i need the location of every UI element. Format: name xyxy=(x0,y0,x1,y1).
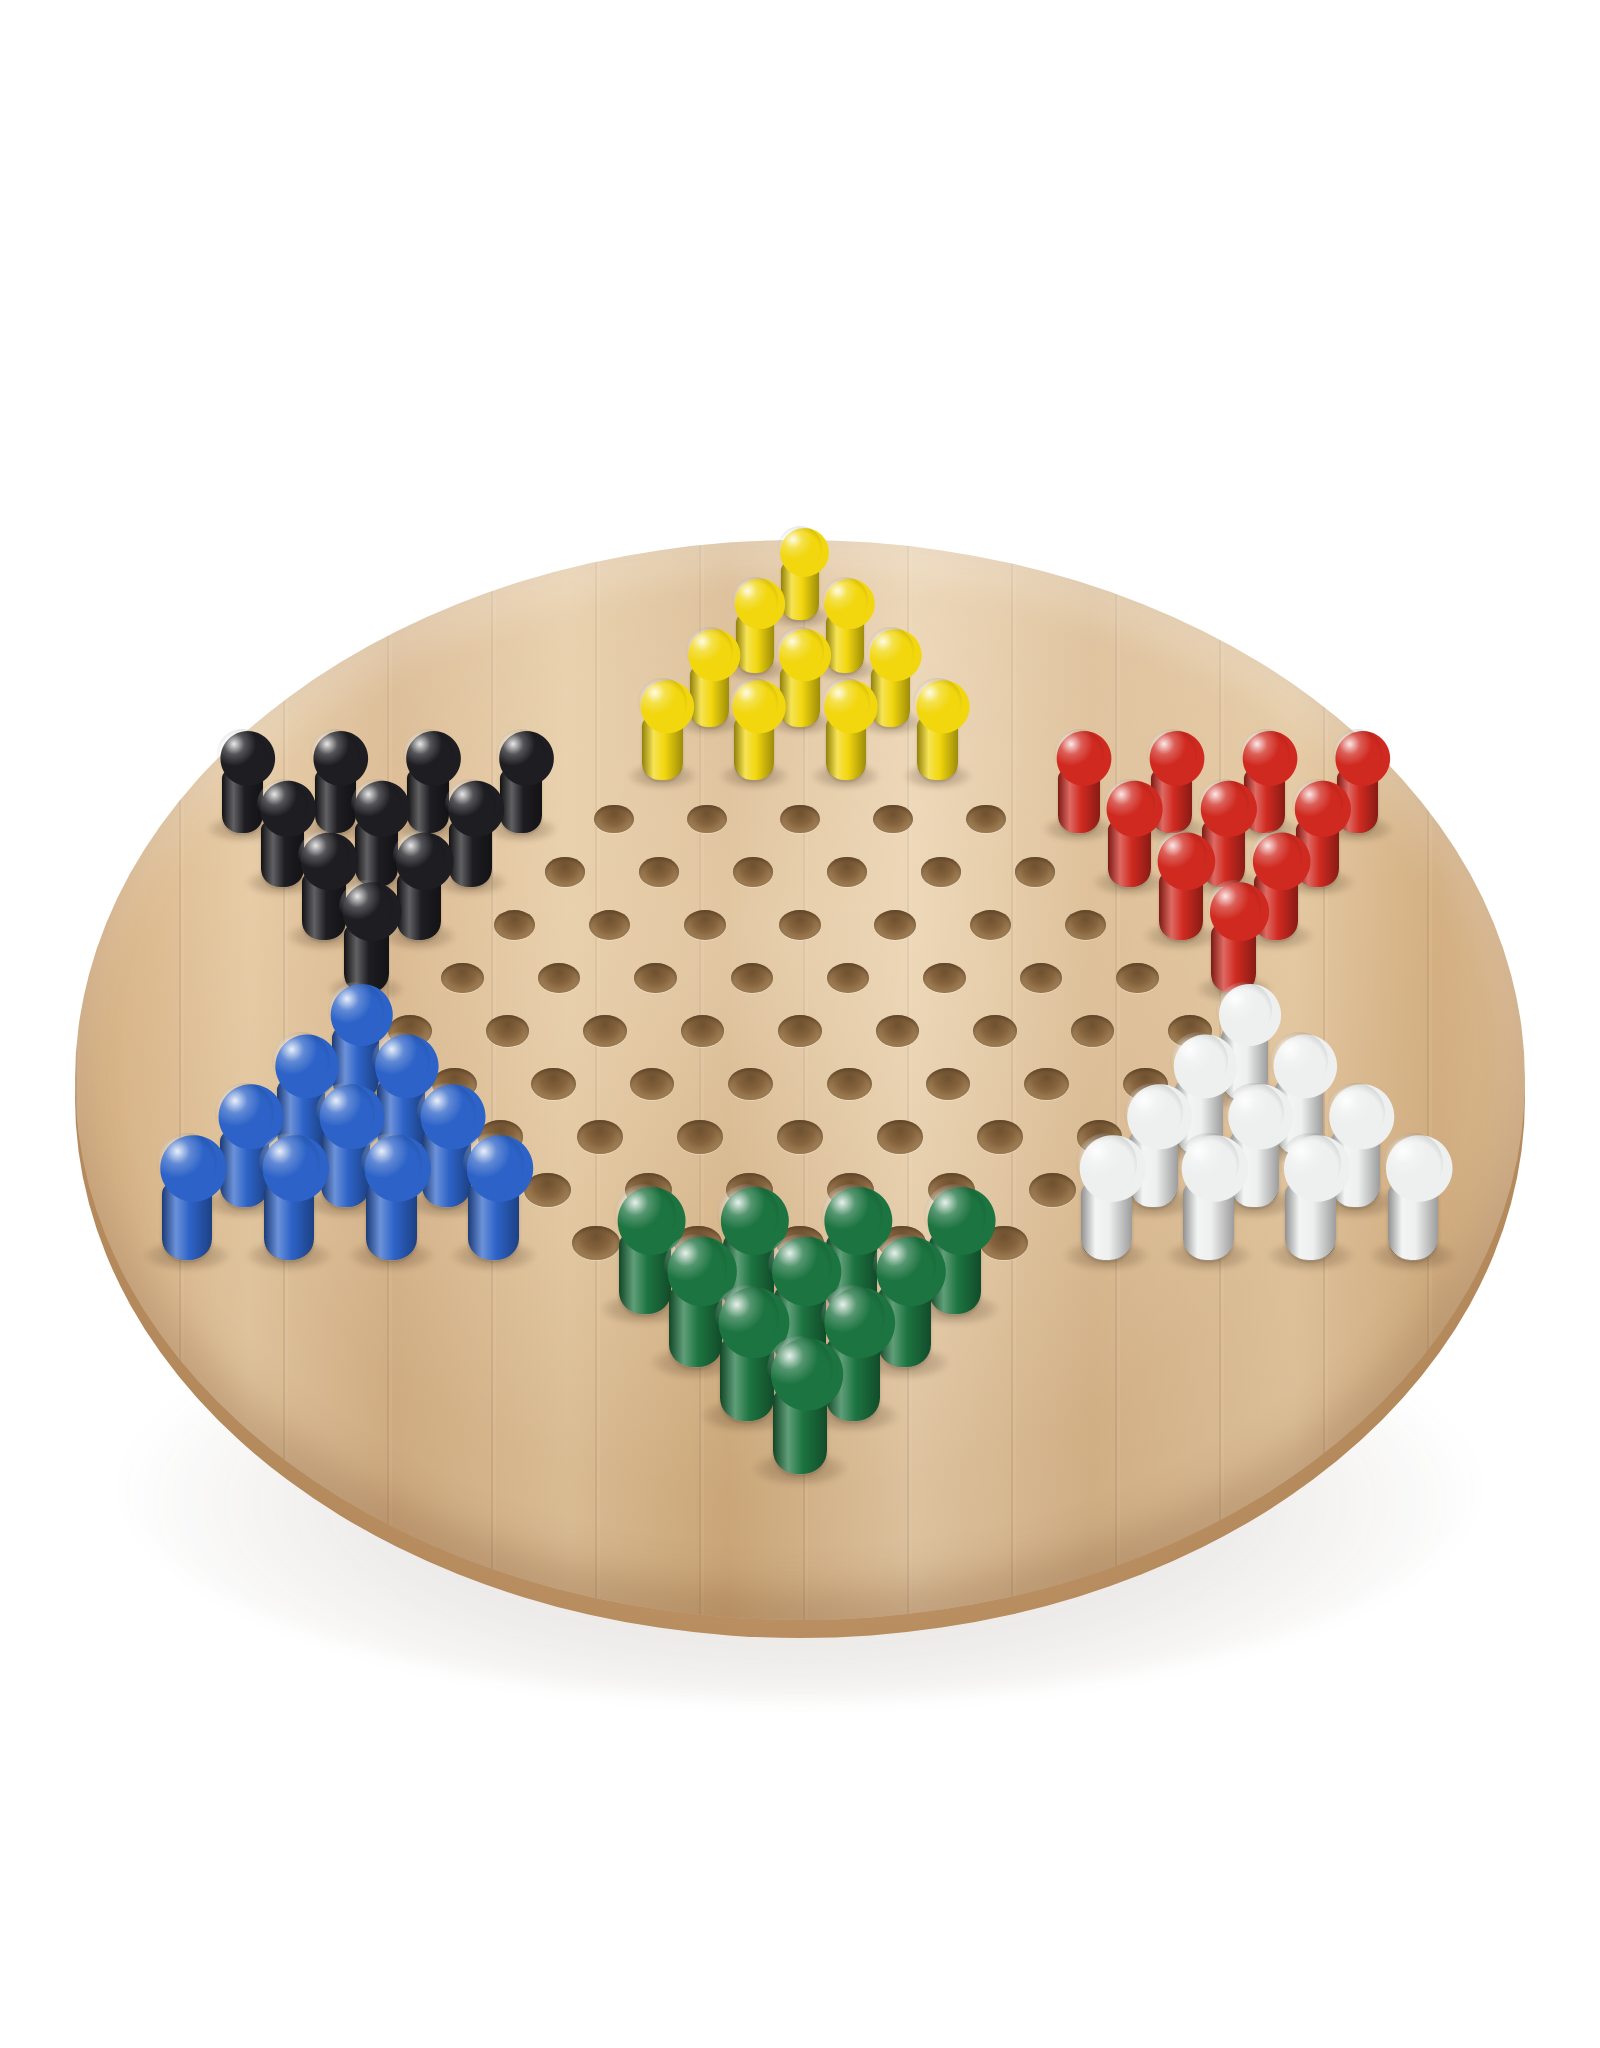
peg-yellow[interactable]: ● xyxy=(637,677,688,780)
peg-blue[interactable]: ● xyxy=(156,1132,219,1260)
peg-white[interactable]: ● xyxy=(1279,1132,1342,1260)
hole-r9-c3[interactable] xyxy=(583,1015,627,1047)
hole-r7-c6[interactable] xyxy=(779,910,821,940)
pieces-layer: ●●●●●●●●●●●●●●●●●●●●●●●●●●●●●●●●●●●●●●●●… xyxy=(0,0,1600,2048)
peg-yellow[interactable]: ● xyxy=(821,677,872,780)
hole-r8-c4[interactable] xyxy=(634,963,677,994)
product-photo: ●●●●●●●●●●●●●●●●●●●●●●●●●●●●●●●●●●●●●●●●… xyxy=(0,0,1600,2048)
hole-r10-c8[interactable] xyxy=(1024,1068,1069,1101)
peg-red[interactable]: ● xyxy=(1103,778,1156,887)
peg-gloss xyxy=(1178,1133,1239,1194)
hole-r5-c5[interactable] xyxy=(594,805,633,834)
hole-r10-c4[interactable] xyxy=(630,1068,675,1101)
hole-r9-c4[interactable] xyxy=(681,1015,725,1047)
hole-r11-c7[interactable] xyxy=(877,1120,923,1153)
peg-white[interactable]: ● xyxy=(1075,1132,1138,1260)
hole-r7-c8[interactable] xyxy=(970,910,1012,940)
hole-r9-c6[interactable] xyxy=(876,1015,920,1047)
hole-r5-c8[interactable] xyxy=(873,805,912,834)
hole-r11-c4[interactable] xyxy=(577,1120,623,1153)
hole-r9-c2[interactable] xyxy=(486,1015,530,1047)
peg-gloss xyxy=(730,678,779,727)
hole-r9-c8[interactable] xyxy=(1071,1015,1115,1047)
hole-r8-c2[interactable] xyxy=(441,963,484,994)
hole-r6-c9[interactable] xyxy=(1015,857,1055,886)
peg-gloss xyxy=(157,1133,218,1194)
hole-r9-c7[interactable] xyxy=(973,1015,1017,1047)
hole-r5-c6[interactable] xyxy=(687,805,726,834)
peg-yellow[interactable]: ● xyxy=(912,677,963,780)
peg-red[interactable]: ● xyxy=(1053,728,1105,834)
hole-r6-c6[interactable] xyxy=(733,857,773,886)
hole-r5-c7[interactable] xyxy=(780,805,819,834)
hole-r10-c3[interactable] xyxy=(531,1068,576,1101)
peg-gloss xyxy=(361,1133,422,1194)
peg-blue[interactable]: ● xyxy=(462,1132,525,1260)
hole-r6-c8[interactable] xyxy=(921,857,961,886)
peg-green[interactable]: ● xyxy=(766,1334,835,1474)
peg-gloss xyxy=(1054,729,1104,779)
hole-r7-c9[interactable] xyxy=(1065,910,1107,940)
hole-r10-c7[interactable] xyxy=(926,1068,971,1101)
hole-r8-c5[interactable] xyxy=(731,963,774,994)
peg-gloss xyxy=(1383,1133,1444,1194)
hole-r8-c6[interactable] xyxy=(827,963,870,994)
peg-red[interactable]: ● xyxy=(1154,829,1209,940)
hole-r8-c7[interactable] xyxy=(923,963,966,994)
hole-r11-c5[interactable] xyxy=(677,1120,723,1153)
peg-blue[interactable]: ● xyxy=(258,1132,321,1260)
peg-gloss xyxy=(1155,830,1208,883)
hole-r10-c5[interactable] xyxy=(728,1068,773,1101)
peg-gloss xyxy=(638,678,687,727)
hole-r11-c8[interactable] xyxy=(977,1120,1023,1153)
peg-gloss xyxy=(1076,1133,1137,1194)
peg-gloss xyxy=(913,678,962,727)
hole-r7-c4[interactable] xyxy=(589,910,631,940)
peg-gloss xyxy=(1207,880,1261,934)
peg-gloss xyxy=(1280,1133,1341,1194)
hole-r7-c5[interactable] xyxy=(684,910,726,940)
peg-blue[interactable]: ● xyxy=(360,1132,423,1260)
hole-r8-c9[interactable] xyxy=(1116,963,1159,994)
peg-yellow[interactable]: ● xyxy=(729,677,780,780)
hole-r5-c9[interactable] xyxy=(966,805,1005,834)
hole-r11-c6[interactable] xyxy=(777,1120,823,1153)
hole-r7-c7[interactable] xyxy=(874,910,916,940)
peg-gloss xyxy=(259,1133,320,1194)
hole-r10-c6[interactable] xyxy=(827,1068,872,1101)
peg-gloss xyxy=(822,678,871,727)
peg-white[interactable]: ● xyxy=(1381,1132,1444,1260)
hole-r8-c3[interactable] xyxy=(538,963,581,994)
hole-r6-c5[interactable] xyxy=(639,857,679,886)
peg-gloss xyxy=(1104,779,1155,830)
hole-r6-c4[interactable] xyxy=(545,857,585,886)
peg-white[interactable]: ● xyxy=(1177,1132,1240,1260)
hole-r8-c8[interactable] xyxy=(1020,963,1063,994)
peg-gloss xyxy=(767,1336,833,1402)
hole-r6-c7[interactable] xyxy=(827,857,867,886)
hole-r9-c5[interactable] xyxy=(778,1015,822,1047)
hole-r7-c3[interactable] xyxy=(494,910,536,940)
peg-gloss xyxy=(463,1133,524,1194)
hole-r12-c9[interactable] xyxy=(1029,1173,1076,1207)
